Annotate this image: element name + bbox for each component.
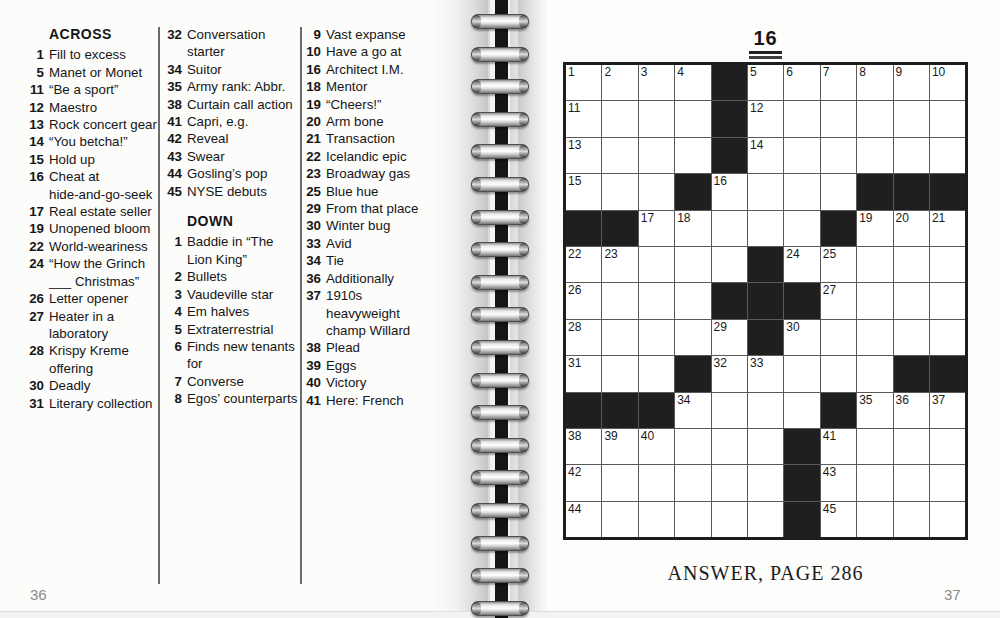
clue-down-25: 25Blue hue bbox=[305, 183, 445, 200]
clue-number: 45 bbox=[166, 183, 182, 200]
cell-r8c1[interactable]: 28 bbox=[566, 320, 601, 355]
cell-r4c2[interactable] bbox=[602, 174, 637, 209]
clue-across-44: 44Gosling’s pop bbox=[166, 165, 306, 182]
cell-number-37: 37 bbox=[932, 394, 945, 406]
clue-text: Reveal bbox=[187, 130, 228, 147]
page-number-left: 36 bbox=[30, 586, 47, 603]
cell-r12c3[interactable] bbox=[639, 465, 674, 500]
spiral-ring bbox=[471, 14, 529, 29]
cell-r10c4[interactable]: 34 bbox=[675, 393, 710, 428]
cell-number-39: 39 bbox=[604, 430, 617, 442]
clue-across-32: 32Conversationstarter bbox=[166, 26, 306, 61]
cell-r13c4[interactable] bbox=[675, 502, 710, 537]
cell-r7c1[interactable]: 26 bbox=[566, 283, 601, 318]
cell-r1c9[interactable]: 8 bbox=[857, 65, 892, 100]
clue-number: 3 bbox=[166, 286, 182, 303]
clue-across-22: 22World-weariness bbox=[28, 238, 168, 255]
cell-r3c2[interactable] bbox=[602, 138, 637, 173]
cell-r7c2[interactable] bbox=[602, 283, 637, 318]
clue-number: 29 bbox=[305, 200, 321, 217]
cell-r13c3[interactable] bbox=[639, 502, 674, 537]
cell-number-30: 30 bbox=[786, 321, 799, 333]
cell-number-34: 34 bbox=[677, 394, 690, 406]
clue-number: 31 bbox=[28, 395, 44, 412]
spiral-ring bbox=[471, 242, 529, 257]
clue-number: 20 bbox=[305, 113, 321, 130]
clue-text: Baddie in “TheLion King” bbox=[187, 233, 273, 268]
block-cell-r4c9 bbox=[857, 174, 892, 209]
spiral-ring bbox=[471, 307, 529, 322]
cell-r1c1[interactable]: 1 bbox=[566, 65, 601, 100]
clue-down-36: 36Additionally bbox=[305, 270, 445, 287]
clue-across-26: 26Letter opener bbox=[28, 290, 168, 307]
cell-r5c11[interactable]: 21 bbox=[930, 211, 965, 246]
left-page: ACROSS1Fill to excess5Manet or Monet11“B… bbox=[0, 0, 490, 612]
cell-r10c5[interactable] bbox=[712, 393, 747, 428]
cell-r11c11[interactable] bbox=[930, 429, 965, 464]
clue-down-34: 34Tie bbox=[305, 252, 445, 269]
block-cell-r10c1 bbox=[566, 393, 601, 428]
cell-r1c2[interactable]: 2 bbox=[602, 65, 637, 100]
clue-text: Rock concert gear bbox=[49, 116, 157, 133]
block-cell-r7c7 bbox=[784, 283, 819, 318]
cell-number-9: 9 bbox=[896, 66, 903, 78]
cell-number-31: 31 bbox=[568, 357, 581, 369]
cell-r4c3[interactable] bbox=[639, 174, 674, 209]
cell-r3c8[interactable] bbox=[821, 138, 856, 173]
clue-down-38: 38Plead bbox=[305, 339, 445, 356]
spiral-ring bbox=[471, 47, 529, 62]
clue-down-23: 23Broadway gas bbox=[305, 165, 445, 182]
clue-text: Vast expanse bbox=[326, 26, 406, 43]
cell-number-2: 2 bbox=[604, 66, 611, 78]
cell-r4c8[interactable] bbox=[821, 174, 856, 209]
cell-r13c9[interactable] bbox=[857, 502, 892, 537]
cell-r4c1[interactable]: 15 bbox=[566, 174, 601, 209]
cell-number-40: 40 bbox=[641, 430, 654, 442]
cell-r8c9[interactable] bbox=[857, 320, 892, 355]
clue-down-9: 9Vast expanse bbox=[305, 26, 445, 43]
cell-r8c11[interactable] bbox=[930, 320, 965, 355]
clue-text: Mentor bbox=[326, 78, 367, 95]
cell-number-22: 22 bbox=[568, 248, 581, 260]
clue-number: 33 bbox=[305, 235, 321, 252]
cell-r13c10[interactable] bbox=[894, 502, 929, 537]
cell-r3c6[interactable]: 14 bbox=[748, 138, 783, 173]
cell-r3c1[interactable]: 13 bbox=[566, 138, 601, 173]
clue-text: Finds new tenantsfor bbox=[187, 338, 295, 373]
clue-text: “You betcha!” bbox=[49, 133, 128, 150]
cell-r3c10[interactable] bbox=[894, 138, 929, 173]
cell-number-25: 25 bbox=[823, 248, 836, 260]
cell-r9c7[interactable] bbox=[784, 356, 819, 391]
cell-r1c11[interactable]: 10 bbox=[930, 65, 965, 100]
cell-r1c7[interactable]: 6 bbox=[784, 65, 819, 100]
clue-across-35: 35Army rank: Abbr. bbox=[166, 78, 306, 95]
clue-down-20: 20Arm bone bbox=[305, 113, 445, 130]
clue-number: 1 bbox=[28, 46, 44, 63]
clue-across-31: 31Literary collection bbox=[28, 395, 168, 412]
cell-r5c4[interactable]: 18 bbox=[675, 211, 710, 246]
cell-r13c2[interactable] bbox=[602, 502, 637, 537]
cell-number-43: 43 bbox=[823, 466, 836, 478]
cell-r4c7[interactable] bbox=[784, 174, 819, 209]
clue-text: Real estate seller bbox=[49, 203, 152, 220]
clue-down-19: 19“Cheers!” bbox=[305, 96, 445, 113]
cell-r8c3[interactable] bbox=[639, 320, 674, 355]
cell-r6c8[interactable]: 25 bbox=[821, 247, 856, 282]
cell-r11c1[interactable]: 38 bbox=[566, 429, 601, 464]
clue-text: Army rank: Abbr. bbox=[187, 78, 285, 95]
clue-down-40: 40Victory bbox=[305, 374, 445, 391]
cell-r2c3[interactable] bbox=[639, 101, 674, 136]
clue-number: 8 bbox=[166, 390, 182, 407]
cell-r12c9[interactable] bbox=[857, 465, 892, 500]
clue-text: Additionally bbox=[326, 270, 394, 287]
cell-number-29: 29 bbox=[714, 321, 727, 333]
cell-r7c4[interactable] bbox=[675, 283, 710, 318]
clue-across-27: 27Heater in alaboratory bbox=[28, 308, 168, 343]
clue-down-3: 3Vaudeville star bbox=[166, 286, 306, 303]
clue-text: Blue hue bbox=[326, 183, 379, 200]
spiral-ring bbox=[471, 79, 529, 94]
cell-r12c10[interactable] bbox=[894, 465, 929, 500]
cell-r6c1[interactable]: 22 bbox=[566, 247, 601, 282]
spiral-ring bbox=[471, 568, 529, 583]
cell-number-27: 27 bbox=[823, 284, 836, 296]
cell-r10c6[interactable] bbox=[748, 393, 783, 428]
cell-number-42: 42 bbox=[568, 466, 581, 478]
clue-down-7: 7Converse bbox=[166, 373, 306, 390]
cell-r9c2[interactable] bbox=[602, 356, 637, 391]
clue-number: 1 bbox=[166, 233, 182, 268]
cell-r10c9[interactable]: 35 bbox=[857, 393, 892, 428]
clue-text: “Cheers!” bbox=[326, 96, 381, 113]
answer-note: ANSWER, PAGE 286 bbox=[563, 562, 968, 585]
clue-text: Gosling’s pop bbox=[187, 165, 267, 182]
cell-r6c7[interactable]: 24 bbox=[784, 247, 819, 282]
clue-number: 19 bbox=[305, 96, 321, 113]
cell-r5c10[interactable]: 20 bbox=[894, 211, 929, 246]
clue-number: 41 bbox=[166, 113, 182, 130]
clue-number: 21 bbox=[305, 130, 321, 147]
cell-r5c7[interactable] bbox=[784, 211, 819, 246]
cell-r1c10[interactable]: 9 bbox=[894, 65, 929, 100]
cell-r2c8[interactable] bbox=[821, 101, 856, 136]
clue-number: 22 bbox=[305, 148, 321, 165]
cell-r3c11[interactable] bbox=[930, 138, 965, 173]
clue-text: Architect I.M. bbox=[326, 61, 404, 78]
block-cell-r4c10 bbox=[894, 174, 929, 209]
clue-number: 44 bbox=[166, 165, 182, 182]
cell-r10c7[interactable] bbox=[784, 393, 819, 428]
block-cell-r9c4 bbox=[675, 356, 710, 391]
cell-r2c10[interactable] bbox=[894, 101, 929, 136]
clue-number: 4 bbox=[166, 303, 182, 320]
cell-r10c11[interactable]: 37 bbox=[930, 393, 965, 428]
clue-text: Here: French bbox=[326, 392, 404, 409]
puzzle-number-underline: 16 bbox=[749, 27, 781, 59]
cell-r12c4[interactable] bbox=[675, 465, 710, 500]
cell-number-16: 16 bbox=[714, 175, 727, 187]
cell-r6c9[interactable] bbox=[857, 247, 892, 282]
spiral-ring bbox=[471, 438, 529, 453]
cell-r2c4[interactable] bbox=[675, 101, 710, 136]
cell-r12c1[interactable]: 42 bbox=[566, 465, 601, 500]
clue-text: Arm bone bbox=[326, 113, 384, 130]
clue-number: 5 bbox=[166, 321, 182, 338]
cell-r13c6[interactable] bbox=[748, 502, 783, 537]
clue-number: 25 bbox=[305, 183, 321, 200]
cell-number-12: 12 bbox=[750, 102, 763, 114]
block-cell-r2c5 bbox=[712, 101, 747, 136]
clue-text: Plead bbox=[326, 339, 360, 356]
clue-text: Literary collection bbox=[49, 395, 152, 412]
clue-down-18: 18Mentor bbox=[305, 78, 445, 95]
clue-across-12: 12Maestro bbox=[28, 99, 168, 116]
clue-down-6: 6Finds new tenantsfor bbox=[166, 338, 306, 373]
cell-r6c2[interactable]: 23 bbox=[602, 247, 637, 282]
cell-r1c6[interactable]: 5 bbox=[748, 65, 783, 100]
block-cell-r4c11 bbox=[930, 174, 965, 209]
spiral-ring bbox=[471, 275, 529, 290]
clue-across-13: 13Rock concert gear bbox=[28, 116, 168, 133]
clue-text: Suitor bbox=[187, 61, 222, 78]
block-cell-r7c6 bbox=[748, 283, 783, 318]
cell-r9c6[interactable]: 33 bbox=[748, 356, 783, 391]
clue-text: Avid bbox=[326, 235, 352, 252]
cell-r4c6[interactable] bbox=[748, 174, 783, 209]
cell-r13c1[interactable]: 44 bbox=[566, 502, 601, 537]
cell-number-18: 18 bbox=[677, 212, 690, 224]
cell-number-35: 35 bbox=[859, 394, 872, 406]
clue-down-39: 39Eggs bbox=[305, 357, 445, 374]
cell-r9c1[interactable]: 31 bbox=[566, 356, 601, 391]
cell-r7c3[interactable] bbox=[639, 283, 674, 318]
block-cell-r9c10 bbox=[894, 356, 929, 391]
clue-column: 32Conversationstarter34Suitor35Army rank… bbox=[166, 26, 306, 408]
clue-text: Hold up bbox=[49, 151, 95, 168]
clue-text: Maestro bbox=[49, 99, 97, 116]
cell-r8c2[interactable] bbox=[602, 320, 637, 355]
clue-number: 38 bbox=[166, 96, 182, 113]
clue-number: 42 bbox=[166, 130, 182, 147]
clue-number: 14 bbox=[28, 133, 44, 150]
clue-text: Capri, e.g. bbox=[187, 113, 248, 130]
cell-number-6: 6 bbox=[786, 66, 793, 78]
clue-across-5: 5Manet or Monet bbox=[28, 64, 168, 81]
clue-text: Icelandic epic bbox=[326, 148, 407, 165]
column-divider bbox=[158, 27, 160, 584]
cell-number-33: 33 bbox=[750, 357, 763, 369]
clue-text: World-weariness bbox=[49, 238, 148, 255]
cell-r12c11[interactable] bbox=[930, 465, 965, 500]
block-cell-r4c4 bbox=[675, 174, 710, 209]
cell-r2c9[interactable] bbox=[857, 101, 892, 136]
cell-number-20: 20 bbox=[896, 212, 909, 224]
clue-text: Fill to excess bbox=[49, 46, 126, 63]
cell-r9c5[interactable]: 32 bbox=[712, 356, 747, 391]
clue-number: 23 bbox=[305, 165, 321, 182]
cell-r7c10[interactable] bbox=[894, 283, 929, 318]
clue-number: 9 bbox=[305, 26, 321, 43]
clue-list-spacer bbox=[166, 200, 306, 213]
clue-text: Letter opener bbox=[49, 290, 128, 307]
clue-down-33: 33Avid bbox=[305, 235, 445, 252]
cell-r11c6[interactable] bbox=[748, 429, 783, 464]
cell-r8c5[interactable]: 29 bbox=[712, 320, 747, 355]
clue-down-21: 21Transaction bbox=[305, 130, 445, 147]
block-cell-r10c8 bbox=[821, 393, 856, 428]
clue-number: 5 bbox=[28, 64, 44, 81]
cell-r6c11[interactable] bbox=[930, 247, 965, 282]
clue-number: 38 bbox=[305, 339, 321, 356]
cell-r7c11[interactable] bbox=[930, 283, 965, 318]
cell-r11c3[interactable]: 40 bbox=[639, 429, 674, 464]
clue-text: Transaction bbox=[326, 130, 395, 147]
clue-text: 1910sheavyweightchamp Willard bbox=[326, 287, 410, 339]
clue-across-19: 19Unopened bloom bbox=[28, 220, 168, 237]
block-cell-r7c5 bbox=[712, 283, 747, 318]
cell-r11c4[interactable] bbox=[675, 429, 710, 464]
block-cell-r11c7 bbox=[784, 429, 819, 464]
clue-number: 30 bbox=[28, 377, 44, 394]
clue-down-29: 29From that place bbox=[305, 200, 445, 217]
cell-number-14: 14 bbox=[750, 139, 763, 151]
cell-number-11: 11 bbox=[568, 102, 580, 114]
block-cell-r10c3 bbox=[639, 393, 674, 428]
spiral-ring bbox=[471, 144, 529, 159]
cell-r6c10[interactable] bbox=[894, 247, 929, 282]
cell-r6c5[interactable] bbox=[712, 247, 747, 282]
cell-r11c9[interactable] bbox=[857, 429, 892, 464]
cell-number-7: 7 bbox=[823, 66, 830, 78]
cell-r3c9[interactable] bbox=[857, 138, 892, 173]
cell-number-13: 13 bbox=[568, 139, 581, 151]
clue-text: Cheat athide-and-go-seek bbox=[49, 168, 153, 203]
cell-r3c4[interactable] bbox=[675, 138, 710, 173]
cell-r2c7[interactable] bbox=[784, 101, 819, 136]
cell-r9c3[interactable] bbox=[639, 356, 674, 391]
cell-r6c3[interactable] bbox=[639, 247, 674, 282]
cell-r11c5[interactable] bbox=[712, 429, 747, 464]
cell-r7c9[interactable] bbox=[857, 283, 892, 318]
clue-number: 36 bbox=[305, 270, 321, 287]
cell-r9c9[interactable] bbox=[857, 356, 892, 391]
clue-number: 32 bbox=[166, 26, 182, 61]
clue-across-24: 24“How the Grinch___ Christmas” bbox=[28, 255, 168, 290]
clue-across-15: 15Hold up bbox=[28, 151, 168, 168]
clue-text: NYSE debuts bbox=[187, 183, 267, 200]
cell-r3c3[interactable] bbox=[639, 138, 674, 173]
clue-across-45: 45NYSE debuts bbox=[166, 183, 306, 200]
clue-text: Manet or Monet bbox=[49, 64, 142, 81]
spiral-ring bbox=[471, 536, 529, 551]
cell-r1c4[interactable]: 4 bbox=[675, 65, 710, 100]
cell-r5c5[interactable] bbox=[712, 211, 747, 246]
cell-r9c8[interactable] bbox=[821, 356, 856, 391]
cell-r11c10[interactable] bbox=[894, 429, 929, 464]
spiral-ring bbox=[471, 340, 529, 355]
cell-r12c6[interactable] bbox=[748, 465, 783, 500]
cell-r11c8[interactable]: 41 bbox=[821, 429, 856, 464]
clue-text: From that place bbox=[326, 200, 418, 217]
clue-number: 11 bbox=[28, 81, 44, 98]
cell-r5c6[interactable] bbox=[748, 211, 783, 246]
spiral-ring bbox=[471, 373, 529, 388]
cell-r2c11[interactable] bbox=[930, 101, 965, 136]
right-page: 16 1234567891011121314151617181920212223… bbox=[510, 0, 1000, 612]
cell-number-17: 17 bbox=[641, 212, 654, 224]
clue-across-34: 34Suitor bbox=[166, 61, 306, 78]
clue-down-22: 22Icelandic epic bbox=[305, 148, 445, 165]
puzzle-number: 16 bbox=[749, 27, 781, 54]
clue-number: 34 bbox=[305, 252, 321, 269]
cell-r13c8[interactable]: 45 bbox=[821, 502, 856, 537]
block-cell-r6c6 bbox=[748, 247, 783, 282]
cell-r2c1[interactable]: 11 bbox=[566, 101, 601, 136]
cell-r2c2[interactable] bbox=[602, 101, 637, 136]
clue-down-1: 1Baddie in “TheLion King” bbox=[166, 233, 306, 268]
cell-r12c2[interactable] bbox=[602, 465, 637, 500]
cell-number-36: 36 bbox=[896, 394, 909, 406]
cell-r12c8[interactable]: 43 bbox=[821, 465, 856, 500]
spiral-ring bbox=[471, 210, 529, 225]
clue-text: Converse bbox=[187, 373, 244, 390]
page-number-right: 37 bbox=[944, 586, 961, 603]
cell-r7c8[interactable]: 27 bbox=[821, 283, 856, 318]
clue-across-14: 14“You betcha!” bbox=[28, 133, 168, 150]
clue-text: Heater in alaboratory bbox=[49, 308, 114, 343]
cell-r13c11[interactable] bbox=[930, 502, 965, 537]
clue-text: Em halves bbox=[187, 303, 249, 320]
spiral-ring bbox=[471, 405, 529, 420]
cell-r11c2[interactable]: 39 bbox=[602, 429, 637, 464]
cell-r3c7[interactable] bbox=[784, 138, 819, 173]
cell-r8c10[interactable] bbox=[894, 320, 929, 355]
cell-r8c7[interactable]: 30 bbox=[784, 320, 819, 355]
clue-number: 18 bbox=[305, 78, 321, 95]
clue-text: Bullets bbox=[187, 268, 227, 285]
cell-number-15: 15 bbox=[568, 175, 581, 187]
cell-r1c3[interactable]: 3 bbox=[639, 65, 674, 100]
cell-r8c4[interactable] bbox=[675, 320, 710, 355]
cell-r13c5[interactable] bbox=[712, 502, 747, 537]
cell-r5c9[interactable]: 19 bbox=[857, 211, 892, 246]
cell-r2c6[interactable]: 12 bbox=[748, 101, 783, 136]
cell-r12c5[interactable] bbox=[712, 465, 747, 500]
block-cell-r12c7 bbox=[784, 465, 819, 500]
clue-down-41: 41Here: French bbox=[305, 392, 445, 409]
clue-text: Conversationstarter bbox=[187, 26, 265, 61]
cell-r5c3[interactable]: 17 bbox=[639, 211, 674, 246]
block-cell-r5c2 bbox=[602, 211, 637, 246]
cell-r10c10[interactable]: 36 bbox=[894, 393, 929, 428]
clue-text: Winter bug bbox=[326, 217, 390, 234]
cell-r8c8[interactable] bbox=[821, 320, 856, 355]
clue-text: Deadly bbox=[49, 377, 90, 394]
clue-number: 27 bbox=[28, 308, 44, 343]
cell-r6c4[interactable] bbox=[675, 247, 710, 282]
cell-r4c5[interactable]: 16 bbox=[712, 174, 747, 209]
clue-number: 19 bbox=[28, 220, 44, 237]
cell-number-44: 44 bbox=[568, 503, 581, 515]
clue-number: 17 bbox=[28, 203, 44, 220]
block-cell-r13c7 bbox=[784, 502, 819, 537]
clue-text: Extraterrestrial bbox=[187, 321, 273, 338]
spiral-ring bbox=[471, 112, 529, 127]
cell-r1c8[interactable]: 7 bbox=[821, 65, 856, 100]
